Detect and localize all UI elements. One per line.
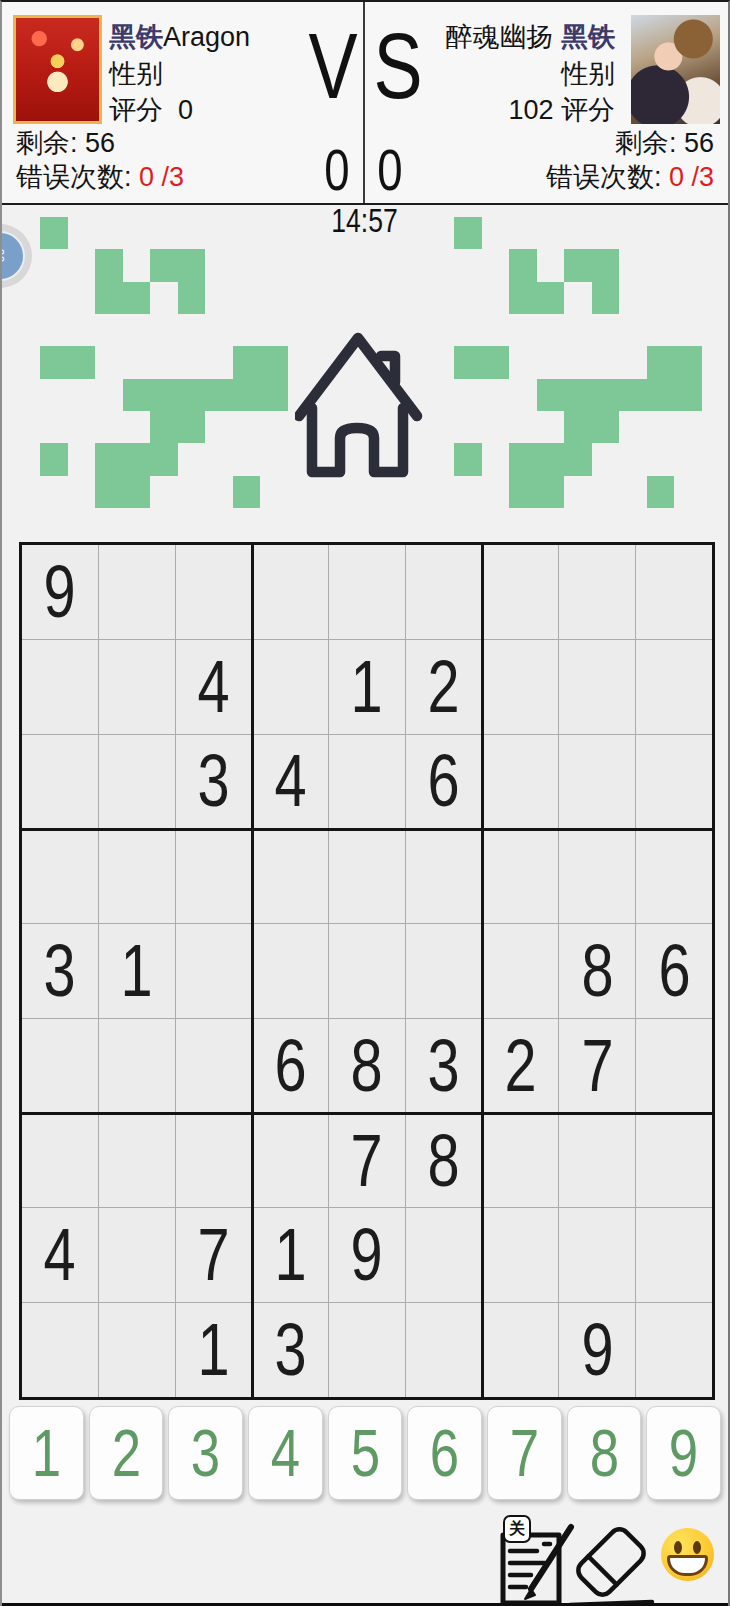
- cell-r8c8[interactable]: [559, 1208, 635, 1302]
- box-divider-horizontal-2: [22, 1112, 712, 1115]
- cell-r4c1[interactable]: [22, 829, 98, 923]
- vs-letter-v: V: [308, 20, 357, 112]
- cell-r3c6[interactable]: 6: [406, 735, 482, 829]
- box-divider-vertical-1: [251, 545, 254, 1397]
- decor-pixel: [564, 249, 592, 281]
- given-digit: 6: [274, 1029, 306, 1103]
- cell-r5c6[interactable]: [406, 924, 482, 1018]
- cell-r2c5[interactable]: 1: [329, 640, 405, 734]
- cell-r6c1[interactable]: [22, 1019, 98, 1113]
- cell-r5c4[interactable]: [252, 924, 328, 1018]
- cell-r7c1[interactable]: [22, 1114, 98, 1208]
- decor-pixel: [592, 282, 620, 314]
- right-player-avatar: [631, 15, 720, 124]
- decor-pixel: [564, 411, 592, 443]
- cell-r4c2[interactable]: [99, 829, 175, 923]
- match-header: V S 0 0 黑铁Aragon 性别 评分 0 剩余: 56 错误次数: 0 …: [2, 2, 728, 205]
- given-digit: 9: [44, 555, 76, 629]
- decor-pixel: [537, 282, 565, 314]
- right-player-errors: 错误次数: 0 /3: [546, 162, 714, 192]
- decor-pixel: [40, 217, 68, 249]
- cell-r1c3[interactable]: [176, 545, 252, 639]
- cell-r3c2[interactable]: [99, 735, 175, 829]
- app-screen: V S 0 0 黑铁Aragon 性别 评分 0 剩余: 56 错误次数: 0 …: [0, 0, 730, 1606]
- cell-r7c4[interactable]: [252, 1114, 328, 1208]
- numpad-button-1[interactable]: 1: [9, 1406, 84, 1500]
- decor-pixel: [537, 476, 565, 508]
- decor-pixel: [95, 443, 123, 475]
- decor-pixel: [647, 476, 675, 508]
- cell-r5c8[interactable]: 8: [559, 924, 635, 1018]
- smiley-mouth: [667, 1555, 708, 1576]
- given-digit: 6: [658, 934, 690, 1008]
- given-digit: 1: [274, 1218, 306, 1292]
- notes-toggle-badge: 关: [503, 1515, 531, 1543]
- cell-r5c2[interactable]: 1: [99, 924, 175, 1018]
- cell-r4c7[interactable]: [483, 829, 559, 923]
- decor-pixel: [509, 282, 537, 314]
- decor-pixel: [482, 346, 510, 378]
- cell-r4c3[interactable]: [176, 829, 252, 923]
- left-score: 0: [324, 142, 349, 199]
- cell-r3c1[interactable]: [22, 735, 98, 829]
- numpad-button-4[interactable]: 4: [248, 1406, 323, 1500]
- cell-r6c4[interactable]: 6: [252, 1019, 328, 1113]
- cell-r4c4[interactable]: [252, 829, 328, 923]
- given-digit: 2: [428, 650, 460, 724]
- cell-r8c3[interactable]: 7: [176, 1208, 252, 1302]
- left-player-avatar: [13, 15, 102, 124]
- numpad-digit: 5: [350, 1420, 379, 1486]
- numpad-button-9[interactable]: 9: [646, 1406, 721, 1500]
- decor-pixel: [95, 282, 123, 314]
- cell-r2c6[interactable]: 2: [406, 640, 482, 734]
- cell-r4c6[interactable]: [406, 829, 482, 923]
- left-player-gender: 性别: [109, 59, 163, 89]
- number-pad: 123456789: [2, 1406, 728, 1500]
- cell-r8c7[interactable]: [483, 1208, 559, 1302]
- decor-pixel: [592, 411, 620, 443]
- cell-r5c5[interactable]: [329, 924, 405, 1018]
- cell-r5c7[interactable]: [483, 924, 559, 1018]
- decor-pixel: [233, 379, 261, 411]
- decor-pixel: [233, 476, 261, 508]
- left-player-name: 黑铁Aragon: [109, 22, 250, 52]
- decor-pixel: [150, 411, 178, 443]
- cell-r9c6[interactable]: [406, 1303, 482, 1397]
- numpad-button-3[interactable]: 3: [168, 1406, 243, 1500]
- left-player-remaining: 剩余: 56: [16, 128, 115, 158]
- decor-pixel: [454, 346, 482, 378]
- center-divider: [363, 2, 365, 203]
- cell-r6c9[interactable]: [636, 1019, 712, 1113]
- cell-r5c3[interactable]: [176, 924, 252, 1018]
- cell-r1c5[interactable]: [329, 545, 405, 639]
- cell-r9c4[interactable]: 3: [252, 1303, 328, 1397]
- cell-r5c1[interactable]: 3: [22, 924, 98, 1018]
- decor-pixel: [619, 379, 647, 411]
- numpad-button-6[interactable]: 6: [407, 1406, 482, 1500]
- numpad-digit: 3: [191, 1420, 220, 1486]
- decor-pixel: [674, 346, 702, 378]
- cell-r6c6[interactable]: 3: [406, 1019, 482, 1113]
- numpad-digit: 4: [271, 1420, 300, 1486]
- given-digit: 4: [274, 744, 306, 818]
- numpad-digit: 1: [32, 1420, 61, 1486]
- cell-r1c2[interactable]: [99, 545, 175, 639]
- decor-pixel: [564, 379, 592, 411]
- decor-pixel: [537, 379, 565, 411]
- decor-pixel: [150, 379, 178, 411]
- cell-r1c6[interactable]: [406, 545, 482, 639]
- numpad-digit: 6: [430, 1420, 459, 1486]
- decor-pixel: [95, 476, 123, 508]
- cell-r1c1[interactable]: 9: [22, 545, 98, 639]
- cell-r6c8[interactable]: 7: [559, 1019, 635, 1113]
- cell-r1c7[interactable]: [483, 545, 559, 639]
- decor-pixel: [40, 443, 68, 475]
- cell-r7c2[interactable]: [99, 1114, 175, 1208]
- cell-r6c7[interactable]: 2: [483, 1019, 559, 1113]
- cell-r4c9[interactable]: [636, 829, 712, 923]
- given-digit: 1: [197, 1313, 229, 1387]
- decor-pixel: [178, 379, 206, 411]
- decor-pixel: [205, 379, 233, 411]
- decor-pixel: [150, 249, 178, 281]
- sudoku-board: 9412346318668327784719139: [19, 542, 715, 1400]
- cell-r3c4[interactable]: 4: [252, 735, 328, 829]
- given-digit: 6: [428, 744, 460, 818]
- cell-r7c3[interactable]: [176, 1114, 252, 1208]
- given-digit: 9: [581, 1313, 613, 1387]
- decor-pixel: [123, 443, 151, 475]
- decor-pixel: [260, 379, 288, 411]
- cell-r4c5[interactable]: [329, 829, 405, 923]
- decor-pixel: [454, 443, 482, 475]
- given-digit: 7: [351, 1124, 383, 1198]
- cell-r8c4[interactable]: 1: [252, 1208, 328, 1302]
- decor-pixel: [647, 379, 675, 411]
- numpad-button-2[interactable]: 2: [89, 1406, 164, 1500]
- numpad-button-8[interactable]: 8: [567, 1406, 642, 1500]
- cell-r7c8[interactable]: [559, 1114, 635, 1208]
- box-divider-vertical-2: [481, 545, 484, 1397]
- smiley-icon[interactable]: [661, 1528, 714, 1581]
- decor-pixel: [178, 282, 206, 314]
- decor-pixel: [123, 476, 151, 508]
- cell-r1c9[interactable]: [636, 545, 712, 639]
- decor-pattern-right: [454, 217, 702, 508]
- decor-pixel: [509, 476, 537, 508]
- right-player-rating: 102 评分: [508, 95, 615, 125]
- cell-r6c2[interactable]: [99, 1019, 175, 1113]
- left-player-errors: 错误次数: 0 /3: [16, 162, 184, 192]
- decor-pixel: [260, 346, 288, 378]
- decor-pixel: [150, 443, 178, 475]
- cell-r9c8[interactable]: 9: [559, 1303, 635, 1397]
- numpad-digit: 2: [111, 1420, 140, 1486]
- left-player-rating: 评分 0: [109, 95, 193, 125]
- smiley-left-eye: [674, 1541, 682, 1554]
- decor-pixel: [178, 411, 206, 443]
- cell-r1c8[interactable]: [559, 545, 635, 639]
- cell-r9c9[interactable]: [636, 1303, 712, 1397]
- cell-r9c7[interactable]: [483, 1303, 559, 1397]
- cell-r9c2[interactable]: [99, 1303, 175, 1397]
- cell-r9c5[interactable]: [329, 1303, 405, 1397]
- cell-r3c5[interactable]: [329, 735, 405, 829]
- cell-r5c9[interactable]: 6: [636, 924, 712, 1018]
- given-digit: 8: [581, 934, 613, 1008]
- given-digit: 4: [197, 650, 229, 724]
- decor-pixel: [233, 346, 261, 378]
- given-digit: 1: [121, 934, 153, 1008]
- decor-pixel: [647, 346, 675, 378]
- given-digit: 7: [581, 1029, 613, 1103]
- decor-pixel: [592, 249, 620, 281]
- cell-r2c1[interactable]: [22, 640, 98, 734]
- given-digit: 3: [274, 1313, 306, 1387]
- cell-r6c5[interactable]: 8: [329, 1019, 405, 1113]
- cell-r9c1[interactable]: [22, 1303, 98, 1397]
- cell-r2c4[interactable]: [252, 640, 328, 734]
- right-player-name: 醉魂幽扬 黑铁: [445, 22, 615, 52]
- cell-r8c5[interactable]: 9: [329, 1208, 405, 1302]
- cell-r3c7[interactable]: [483, 735, 559, 829]
- numpad-digit: 9: [669, 1420, 698, 1486]
- cell-r8c1[interactable]: 4: [22, 1208, 98, 1302]
- numpad-button-5[interactable]: 5: [328, 1406, 403, 1500]
- decor-pixel: [509, 249, 537, 281]
- cell-r6c3[interactable]: [176, 1019, 252, 1113]
- cell-r2c3[interactable]: 4: [176, 640, 252, 734]
- cell-r7c5[interactable]: 7: [329, 1114, 405, 1208]
- smiley-right-eye: [693, 1541, 701, 1554]
- decor-pixel: [509, 443, 537, 475]
- cell-r2c7[interactable]: [483, 640, 559, 734]
- given-digit: 3: [44, 934, 76, 1008]
- numpad-digit: 8: [589, 1420, 618, 1486]
- cell-r3c3[interactable]: 3: [176, 735, 252, 829]
- decor-pattern-left: [40, 217, 288, 508]
- cell-r2c8[interactable]: [559, 640, 635, 734]
- eraser-icon[interactable]: [564, 1522, 658, 1606]
- decor-pixel: [674, 379, 702, 411]
- cell-r2c2[interactable]: [99, 640, 175, 734]
- decor-pixel: [564, 443, 592, 475]
- given-digit: 8: [351, 1029, 383, 1103]
- decor-pixel: [40, 346, 68, 378]
- cell-r2c9[interactable]: [636, 640, 712, 734]
- numpad-button-7[interactable]: 7: [487, 1406, 562, 1500]
- cell-r4c8[interactable]: [559, 829, 635, 923]
- numpad-digit: 7: [510, 1420, 539, 1486]
- given-digit: 7: [197, 1218, 229, 1292]
- right-player-remaining: 剩余: 56: [615, 128, 714, 158]
- cell-r3c8[interactable]: [559, 735, 635, 829]
- decor-pixel: [178, 249, 206, 281]
- decor-pixel: [454, 217, 482, 249]
- side-level-badge-inner: 22: [0, 231, 25, 281]
- decor-pixel: [123, 379, 151, 411]
- cell-r7c6[interactable]: 8: [406, 1114, 482, 1208]
- right-player-gender: 性别: [561, 59, 615, 89]
- cell-r7c9[interactable]: [636, 1114, 712, 1208]
- cell-r8c9[interactable]: [636, 1208, 712, 1302]
- given-digit: 4: [44, 1218, 76, 1292]
- right-score: 0: [377, 142, 402, 199]
- cell-r3c9[interactable]: [636, 735, 712, 829]
- decor-pixel: [95, 249, 123, 281]
- decor-pixel: [123, 282, 151, 314]
- given-digit: 8: [428, 1124, 460, 1198]
- cell-r7c7[interactable]: [483, 1114, 559, 1208]
- vs-letter-s: S: [373, 20, 422, 112]
- box-divider-horizontal-1: [22, 828, 712, 831]
- given-digit: 2: [504, 1029, 536, 1103]
- cell-r9c3[interactable]: 1: [176, 1303, 252, 1397]
- cell-r1c4[interactable]: [252, 545, 328, 639]
- given-digit: 1: [351, 650, 383, 724]
- decor-pixel: [592, 379, 620, 411]
- cell-r8c6[interactable]: [406, 1208, 482, 1302]
- given-digit: 3: [428, 1029, 460, 1103]
- decor-pixel: [537, 443, 565, 475]
- given-digit: 3: [197, 744, 229, 818]
- given-digit: 9: [351, 1218, 383, 1292]
- home-icon[interactable]: [295, 332, 423, 484]
- cell-r8c2[interactable]: [99, 1208, 175, 1302]
- decor-pixel: [68, 346, 96, 378]
